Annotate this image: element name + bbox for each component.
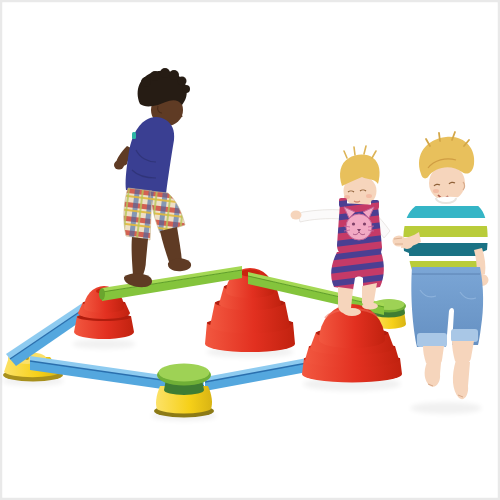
balance-course-scene [0,0,500,500]
girl-right-foot [362,303,378,310]
product-photo [0,0,500,500]
girl-left-foot [343,308,361,316]
tshirt-logo [132,132,136,139]
girl-left-hand [291,211,302,220]
boy-left-hand [114,161,124,170]
stone-yellow-green-bottom [154,364,214,418]
